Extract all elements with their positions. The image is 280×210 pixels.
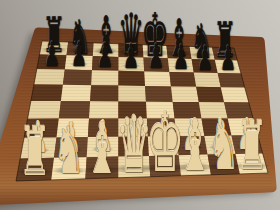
chess-photo-scene: ♜♞♝♛♚♝♞♜♟♟♟♟♟♟♟♟♟♟♟♟♟♟♟♟♜♞♝♛♚♝♞♜ [0, 0, 280, 210]
squares-grain [16, 41, 268, 181]
chess-board [0, 0, 280, 210]
